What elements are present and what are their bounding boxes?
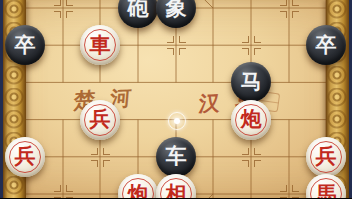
piece-glyph: 相 — [166, 184, 187, 199]
star-point-mark — [54, 185, 61, 192]
piece-glyph: 兵 — [90, 109, 111, 130]
star-point-mark — [242, 48, 249, 55]
piece-glyph: 兵 — [15, 146, 36, 167]
xiangqi-game-screen: 楚河 汉界 砲象卒卒马车車兵炮兵兵炮相馬 — [0, 0, 352, 198]
piece-glyph: 兵 — [316, 146, 337, 167]
star-point-mark — [91, 148, 98, 155]
star-point-mark — [91, 160, 98, 167]
star-point-mark — [280, 0, 287, 6]
star-point-mark — [167, 48, 174, 55]
star-point-mark — [167, 36, 174, 43]
piece-red-cannon[interactable]: 炮 — [231, 100, 271, 140]
star-point-mark — [292, 11, 299, 18]
piece-black-chariot[interactable]: 车 — [156, 137, 196, 177]
star-point-mark — [280, 185, 287, 192]
star-point-mark — [242, 160, 249, 167]
star-point-mark — [280, 11, 287, 18]
piece-glyph: 炮 — [241, 109, 262, 130]
star-point-mark — [66, 0, 73, 6]
star-point-mark — [54, 197, 61, 198]
star-point-mark — [280, 197, 287, 198]
piece-glyph: 马 — [241, 72, 262, 93]
star-point-mark — [292, 197, 299, 198]
piece-red-soldier[interactable]: 兵 — [306, 137, 346, 177]
piece-red-soldier[interactable]: 兵 — [80, 100, 120, 140]
star-point-mark — [54, 0, 61, 6]
piece-glyph: 車 — [90, 35, 111, 56]
star-point-mark — [54, 11, 61, 18]
piece-red-chariot[interactable]: 車 — [80, 25, 120, 65]
star-point-mark — [103, 148, 110, 155]
piece-glyph: 砲 — [128, 0, 149, 19]
star-point-mark — [292, 0, 299, 6]
piece-black-soldier[interactable]: 卒 — [306, 25, 346, 65]
star-point-mark — [254, 148, 261, 155]
piece-glyph: 卒 — [15, 35, 36, 56]
piece-glyph: 车 — [166, 146, 187, 167]
star-point-mark — [242, 36, 249, 43]
last-move-indicator — [168, 112, 186, 130]
star-point-mark — [66, 11, 73, 18]
star-point-mark — [66, 185, 73, 192]
star-point-mark — [292, 185, 299, 192]
star-point-mark — [103, 160, 110, 167]
piece-glyph: 象 — [166, 0, 187, 19]
piece-glyph: 卒 — [316, 35, 337, 56]
star-point-mark — [254, 48, 261, 55]
star-point-mark — [66, 197, 73, 198]
star-point-mark — [179, 36, 186, 43]
piece-black-soldier[interactable]: 卒 — [5, 25, 45, 65]
star-point-mark — [242, 148, 249, 155]
piece-glyph: 炮 — [128, 184, 149, 199]
piece-red-soldier[interactable]: 兵 — [5, 137, 45, 177]
star-point-mark — [179, 48, 186, 55]
piece-glyph: 馬 — [316, 184, 337, 199]
star-point-mark — [254, 36, 261, 43]
star-point-mark — [254, 160, 261, 167]
